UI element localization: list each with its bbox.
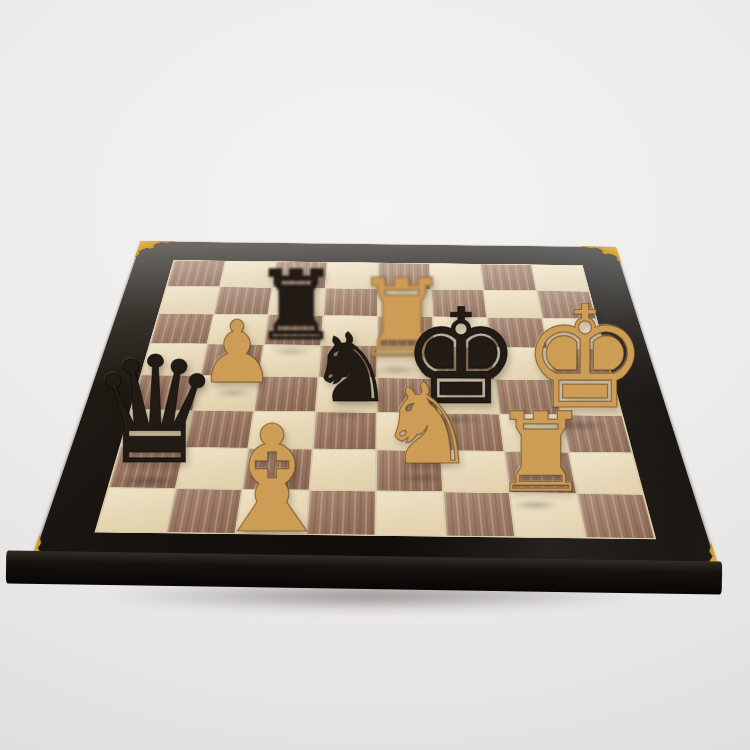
square-b8 (167, 489, 241, 533)
square-f1 (430, 264, 483, 290)
square-a6 (121, 410, 191, 447)
square-g3 (488, 318, 547, 348)
square-d7 (310, 450, 375, 490)
square-c3 (265, 315, 322, 344)
square-f5 (437, 379, 499, 413)
square-f8 (444, 492, 515, 536)
square-b6 (185, 411, 253, 448)
square-f2 (431, 290, 486, 317)
square-b2 (214, 287, 271, 314)
square-e5 (377, 378, 437, 412)
square-e8 (376, 491, 444, 535)
square-a1 (167, 261, 224, 287)
square-c2 (269, 288, 324, 315)
chess-board (30, 242, 720, 577)
square-f3 (433, 317, 490, 347)
square-a7 (110, 447, 184, 487)
brass-corner-back-left (134, 241, 176, 259)
square-f4 (435, 347, 494, 379)
chess-photo-scene: ♜♜♟♞♚♚♛♞♜♝ (0, 0, 750, 750)
square-c7 (243, 449, 311, 489)
square-c6 (249, 411, 314, 448)
square-d1 (326, 263, 378, 289)
board-grid (94, 260, 656, 539)
square-a4 (142, 343, 206, 375)
square-b4 (201, 344, 263, 376)
square-a8 (97, 488, 174, 532)
square-g4 (492, 348, 553, 380)
square-h1 (532, 265, 588, 291)
square-h8 (577, 494, 654, 538)
square-h5 (555, 380, 621, 414)
square-f7 (441, 451, 508, 492)
square-c5 (255, 377, 317, 411)
square-f6 (439, 414, 503, 451)
square-h4 (548, 348, 612, 380)
square-h2 (537, 291, 596, 319)
square-d2 (324, 288, 377, 315)
square-d3 (321, 316, 376, 345)
square-a2 (160, 286, 219, 313)
square-h7 (569, 453, 642, 494)
square-d6 (313, 412, 376, 449)
square-c8 (237, 490, 308, 534)
board-perspective-wrap (30, 0, 720, 572)
square-b7 (176, 448, 247, 488)
square-d5 (316, 378, 376, 412)
square-h3 (543, 319, 604, 349)
square-g7 (505, 452, 575, 493)
square-e2 (378, 289, 431, 316)
square-e1 (379, 263, 430, 289)
square-b5 (193, 376, 258, 410)
square-b3 (208, 315, 267, 344)
square-g5 (496, 380, 560, 414)
square-e6 (377, 413, 439, 450)
square-e3 (378, 317, 433, 347)
square-a3 (151, 314, 213, 343)
square-g6 (500, 414, 567, 451)
square-e7 (377, 450, 442, 490)
square-g2 (484, 290, 541, 318)
square-e4 (378, 346, 435, 378)
square-c1 (273, 262, 326, 288)
brass-corner-back-right (580, 246, 621, 264)
square-d4 (319, 346, 377, 378)
square-b1 (220, 261, 275, 287)
square-c4 (260, 345, 320, 377)
square-d8 (306, 490, 374, 534)
square-h6 (562, 415, 631, 452)
square-g8 (510, 493, 584, 537)
square-g1 (481, 264, 536, 290)
square-a5 (132, 375, 199, 409)
